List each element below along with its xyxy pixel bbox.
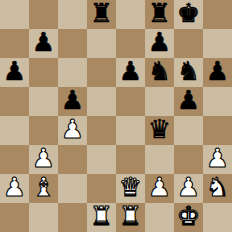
- square-a4[interactable]: [0, 116, 29, 145]
- piece-black-rook[interactable]: ♜: [90, 0, 113, 28]
- piece-white-pawn[interactable]: ♟: [148, 174, 171, 202]
- square-f7[interactable]: ♟: [145, 29, 174, 58]
- square-c6[interactable]: [58, 58, 87, 87]
- square-d7[interactable]: [87, 29, 116, 58]
- square-g6[interactable]: ♞: [174, 58, 203, 87]
- square-h1[interactable]: [203, 203, 232, 232]
- square-f5[interactable]: [145, 87, 174, 116]
- square-g7[interactable]: [174, 29, 203, 58]
- square-e1[interactable]: ♜: [116, 203, 145, 232]
- square-f2[interactable]: ♟: [145, 174, 174, 203]
- square-d6[interactable]: [87, 58, 116, 87]
- square-b5[interactable]: [29, 87, 58, 116]
- square-a7[interactable]: [0, 29, 29, 58]
- square-e5[interactable]: [116, 87, 145, 116]
- square-b7[interactable]: ♟: [29, 29, 58, 58]
- square-c2[interactable]: [58, 174, 87, 203]
- square-e4[interactable]: [116, 116, 145, 145]
- piece-black-pawn[interactable]: ♟: [148, 29, 171, 57]
- piece-black-pawn[interactable]: ♟: [61, 87, 84, 115]
- square-b3[interactable]: ♟: [29, 145, 58, 174]
- square-a8[interactable]: [0, 0, 29, 29]
- square-b1[interactable]: [29, 203, 58, 232]
- piece-black-pawn[interactable]: ♟: [206, 58, 229, 86]
- piece-white-pawn[interactable]: ♟: [32, 145, 55, 173]
- square-h4[interactable]: [203, 116, 232, 145]
- square-d8[interactable]: ♜: [87, 0, 116, 29]
- square-b4[interactable]: [29, 116, 58, 145]
- piece-black-rook[interactable]: ♜: [148, 0, 171, 28]
- square-g5[interactable]: ♟: [174, 87, 203, 116]
- piece-black-pawn[interactable]: ♟: [177, 87, 200, 115]
- square-d3[interactable]: [87, 145, 116, 174]
- square-c5[interactable]: ♟: [58, 87, 87, 116]
- square-h5[interactable]: [203, 87, 232, 116]
- square-h6[interactable]: ♟: [203, 58, 232, 87]
- square-h3[interactable]: ♟: [203, 145, 232, 174]
- square-f3[interactable]: [145, 145, 174, 174]
- square-c8[interactable]: [58, 0, 87, 29]
- square-e8[interactable]: [116, 0, 145, 29]
- square-a1[interactable]: [0, 203, 29, 232]
- square-h2[interactable]: ♞: [203, 174, 232, 203]
- square-h7[interactable]: [203, 29, 232, 58]
- square-d2[interactable]: [87, 174, 116, 203]
- square-d1[interactable]: ♜: [87, 203, 116, 232]
- square-c7[interactable]: [58, 29, 87, 58]
- square-d5[interactable]: [87, 87, 116, 116]
- square-c4[interactable]: ♟: [58, 116, 87, 145]
- piece-white-pawn[interactable]: ♟: [3, 174, 26, 202]
- square-d4[interactable]: [87, 116, 116, 145]
- square-g4[interactable]: [174, 116, 203, 145]
- square-g3[interactable]: [174, 145, 203, 174]
- square-b2[interactable]: ♝: [29, 174, 58, 203]
- square-b8[interactable]: [29, 0, 58, 29]
- square-g8[interactable]: ♚: [174, 0, 203, 29]
- square-a5[interactable]: [0, 87, 29, 116]
- piece-white-rook[interactable]: ♜: [90, 203, 113, 231]
- piece-black-pawn[interactable]: ♟: [119, 58, 142, 86]
- piece-black-knight[interactable]: ♞: [177, 58, 200, 86]
- square-g1[interactable]: ♚: [174, 203, 203, 232]
- square-f4[interactable]: ♛: [145, 116, 174, 145]
- piece-black-pawn[interactable]: ♟: [3, 58, 26, 86]
- piece-white-rook[interactable]: ♜: [119, 203, 142, 231]
- piece-black-pawn[interactable]: ♟: [32, 29, 55, 57]
- piece-white-knight[interactable]: ♞: [206, 174, 229, 202]
- square-e7[interactable]: [116, 29, 145, 58]
- square-a2[interactable]: ♟: [0, 174, 29, 203]
- square-e3[interactable]: [116, 145, 145, 174]
- square-b6[interactable]: [29, 58, 58, 87]
- piece-white-king[interactable]: ♚: [177, 203, 200, 231]
- piece-white-pawn[interactable]: ♟: [61, 116, 84, 144]
- piece-white-bishop[interactable]: ♝: [32, 174, 55, 202]
- square-e6[interactable]: ♟: [116, 58, 145, 87]
- square-c1[interactable]: [58, 203, 87, 232]
- square-h8[interactable]: [203, 0, 232, 29]
- piece-white-pawn[interactable]: ♟: [206, 145, 229, 173]
- square-f8[interactable]: ♜: [145, 0, 174, 29]
- piece-black-queen[interactable]: ♛: [148, 116, 171, 144]
- piece-white-pawn[interactable]: ♟: [177, 174, 200, 202]
- square-f6[interactable]: ♞: [145, 58, 174, 87]
- piece-black-king[interactable]: ♚: [177, 0, 200, 28]
- square-a3[interactable]: [0, 145, 29, 174]
- chess-board: ♜♜♚♟♟♟♟♞♞♟♟♟♟♛♟♟♟♝♛♟♟♞♜♜♚: [0, 0, 232, 232]
- square-e2[interactable]: ♛: [116, 174, 145, 203]
- square-a6[interactable]: ♟: [0, 58, 29, 87]
- piece-white-queen[interactable]: ♛: [119, 174, 142, 202]
- square-g2[interactable]: ♟: [174, 174, 203, 203]
- piece-black-knight[interactable]: ♞: [148, 58, 171, 86]
- square-f1[interactable]: [145, 203, 174, 232]
- square-c3[interactable]: [58, 145, 87, 174]
